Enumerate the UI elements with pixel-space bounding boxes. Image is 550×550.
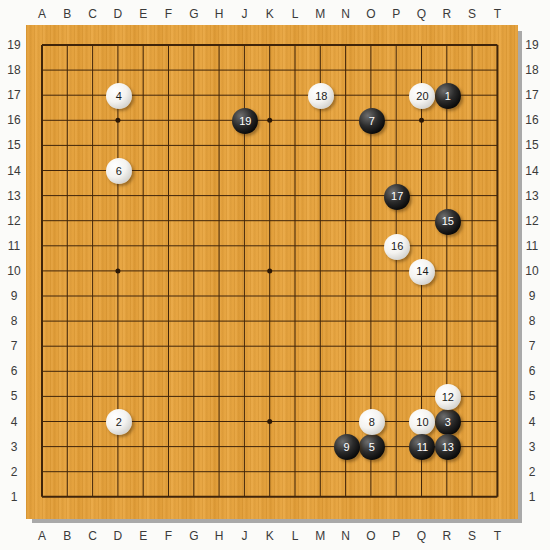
column-label-top: N	[341, 7, 350, 21]
row-label-left: 17	[7, 88, 20, 102]
column-label-top: T	[494, 7, 501, 21]
row-label-right: 10	[525, 264, 538, 278]
row-label-right: 7	[529, 339, 536, 353]
column-label-bottom: N	[341, 529, 350, 543]
black-stone-15-R12[interactable]: 15	[435, 209, 461, 235]
column-label-bottom: R	[442, 529, 451, 543]
row-label-left: 6	[11, 364, 18, 378]
row-label-right: 8	[529, 314, 536, 328]
white-stone-6-D14[interactable]: 6	[106, 158, 132, 184]
column-label-bottom: L	[292, 529, 299, 543]
column-label-bottom: C	[88, 529, 97, 543]
column-label-bottom: D	[114, 529, 123, 543]
stones-grid: 1234567891011121314151617181920	[29, 32, 510, 509]
row-label-left: 15	[7, 138, 20, 152]
row-label-left: 9	[11, 289, 18, 303]
column-label-bottom: T	[494, 529, 501, 543]
column-label-bottom: A	[38, 529, 46, 543]
column-label-top: J	[241, 7, 247, 21]
column-label-top: P	[392, 7, 400, 21]
column-label-bottom: M	[315, 529, 325, 543]
row-label-right: 19	[525, 38, 538, 52]
row-label-right: 16	[525, 113, 538, 127]
row-label-left: 13	[7, 189, 20, 203]
row-label-left: 12	[7, 214, 20, 228]
row-label-right: 9	[529, 289, 536, 303]
row-label-left: 8	[11, 314, 18, 328]
column-label-top: E	[139, 7, 147, 21]
row-label-right: 18	[525, 63, 538, 77]
column-label-top: A	[38, 7, 46, 21]
column-label-bottom: O	[366, 529, 375, 543]
black-stone-13-R3[interactable]: 13	[435, 434, 461, 460]
column-label-bottom: H	[215, 529, 224, 543]
row-label-left: 19	[7, 38, 20, 52]
white-stone-8-O4[interactable]: 8	[359, 409, 385, 435]
row-label-left: 10	[7, 264, 20, 278]
white-stone-10-Q4[interactable]: 10	[409, 409, 435, 435]
row-label-right: 2	[529, 465, 536, 479]
row-label-right: 6	[529, 364, 536, 378]
column-label-top: O	[366, 7, 375, 21]
column-label-bottom: Q	[417, 529, 426, 543]
black-stone-3-R4[interactable]: 3	[435, 409, 461, 435]
row-label-left: 4	[11, 415, 18, 429]
column-label-bottom: E	[139, 529, 147, 543]
row-label-right: 17	[525, 88, 538, 102]
black-stone-7-O16[interactable]: 7	[359, 108, 385, 134]
row-label-right: 13	[525, 189, 538, 203]
column-label-top: G	[189, 7, 198, 21]
column-label-bottom: G	[189, 529, 198, 543]
row-label-left: 16	[7, 113, 20, 127]
white-stone-4-D17[interactable]: 4	[106, 83, 132, 109]
column-label-top: H	[215, 7, 224, 21]
column-label-bottom: S	[468, 529, 476, 543]
column-label-top: S	[468, 7, 476, 21]
black-stone-11-Q3[interactable]: 11	[409, 434, 435, 460]
column-label-top: C	[88, 7, 97, 21]
white-stone-2-D4[interactable]: 2	[106, 409, 132, 435]
column-label-top: L	[292, 7, 299, 21]
row-label-left: 5	[11, 389, 18, 403]
white-stone-16-P11[interactable]: 16	[384, 234, 410, 260]
white-stone-20-Q17[interactable]: 20	[409, 83, 435, 109]
row-label-right: 14	[525, 164, 538, 178]
black-stone-19-J16[interactable]: 19	[232, 108, 258, 134]
white-stone-14-Q10[interactable]: 14	[409, 259, 435, 285]
column-label-bottom: P	[392, 529, 400, 543]
column-label-top: D	[114, 7, 123, 21]
column-label-bottom: K	[266, 529, 274, 543]
row-label-right: 4	[529, 415, 536, 429]
column-label-bottom: F	[165, 529, 172, 543]
row-label-right: 15	[525, 138, 538, 152]
black-stone-1-R17[interactable]: 1	[435, 83, 461, 109]
row-label-right: 5	[529, 389, 536, 403]
black-stone-9-N3[interactable]: 9	[334, 434, 360, 460]
column-label-top: Q	[417, 7, 426, 21]
column-label-bottom: J	[241, 529, 247, 543]
column-label-bottom: B	[63, 529, 71, 543]
column-label-top: M	[315, 7, 325, 21]
row-label-right: 11	[526, 239, 538, 253]
row-label-left: 14	[7, 164, 20, 178]
row-label-left: 11	[8, 239, 20, 253]
column-label-top: B	[63, 7, 71, 21]
white-stone-18-M17[interactable]: 18	[308, 83, 334, 109]
row-label-left: 1	[11, 490, 18, 504]
go-diagram: 1234567891011121314151617181920 AABBCCDD…	[0, 0, 550, 550]
white-stone-12-R5[interactable]: 12	[435, 384, 461, 410]
column-label-top: R	[442, 7, 451, 21]
row-label-left: 18	[7, 63, 20, 77]
column-label-top: K	[266, 7, 274, 21]
row-label-left: 3	[11, 440, 18, 454]
row-label-left: 7	[11, 339, 18, 353]
row-label-left: 2	[11, 465, 18, 479]
row-label-right: 12	[525, 214, 538, 228]
black-stone-5-O3[interactable]: 5	[359, 434, 385, 460]
row-label-right: 1	[529, 490, 536, 504]
column-label-top: F	[165, 7, 172, 21]
row-label-right: 3	[529, 440, 536, 454]
black-stone-17-P13[interactable]: 17	[384, 184, 410, 210]
